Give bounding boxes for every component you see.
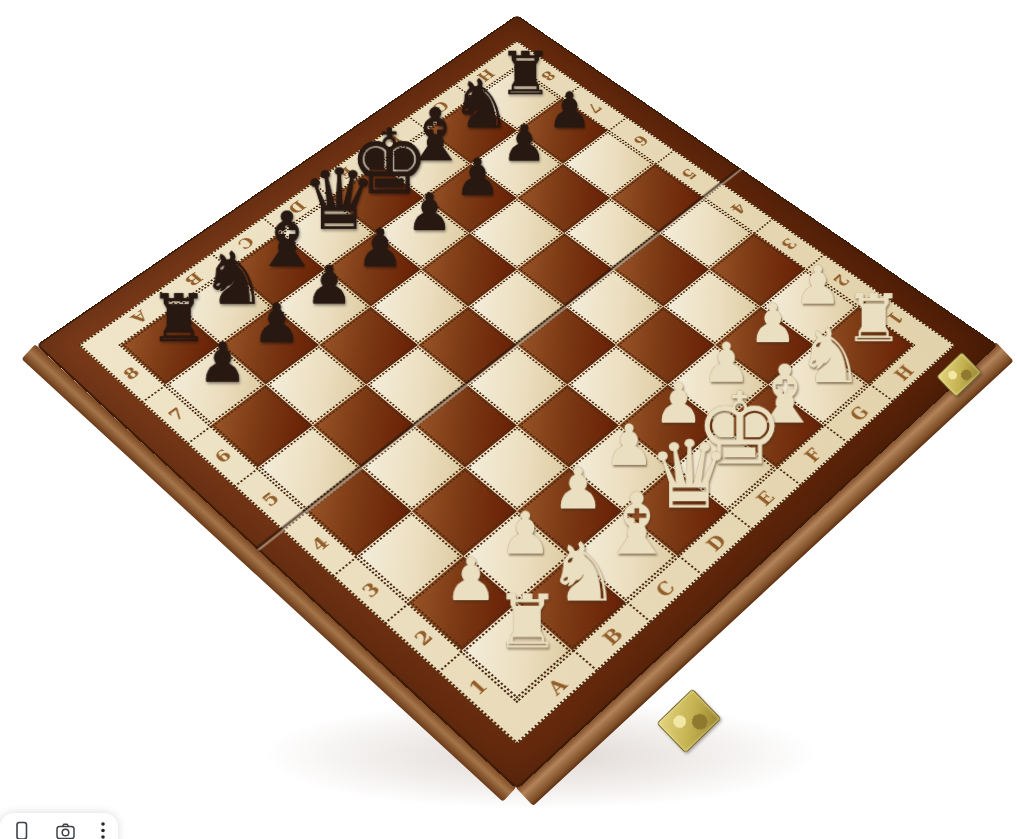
product-photo-stage: ABCDEFGH ABCDEFGH 87654321 87654321 ♜♞♟♝…: [0, 0, 1017, 839]
more-options-button[interactable]: [100, 820, 106, 839]
camera-icon: [55, 821, 76, 839]
bookmark-icon: [12, 821, 31, 839]
rank-label-3: 3: [357, 578, 384, 602]
image-toolbar: [0, 813, 118, 839]
scene-3d: ABCDEFGH ABCDEFGH 87654321 87654321 ♜♞♟♝…: [0, 0, 1017, 839]
board-squares: [121, 67, 913, 700]
camera-button[interactable]: [55, 820, 76, 839]
file-label-e: E: [334, 164, 358, 182]
rank-label-6: 6: [630, 132, 653, 149]
rank-label-1: 1: [464, 674, 492, 699]
rank-label-6: 6: [210, 445, 235, 466]
rank-label-2: 2: [409, 625, 437, 649]
kebab-menu-icon: [100, 821, 106, 839]
file-label-f: F: [383, 131, 406, 148]
chess-board: ABCDEFGH ABCDEFGH 87654321 87654321 ♜♞♟♝…: [36, 15, 998, 790]
rank-label-5: 5: [677, 165, 701, 182]
rank-label-8: 8: [537, 68, 559, 84]
rank-label-4: 4: [306, 532, 332, 555]
bookmark-button[interactable]: [12, 820, 31, 839]
